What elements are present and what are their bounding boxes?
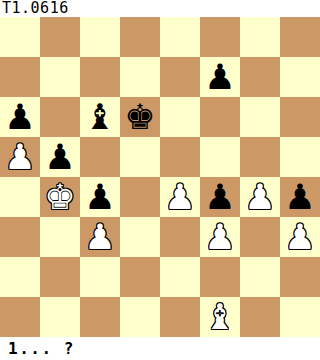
square-g6[interactable] — [240, 97, 280, 137]
square-b6[interactable] — [40, 97, 80, 137]
square-a7[interactable] — [0, 57, 40, 97]
square-g2[interactable] — [240, 257, 280, 297]
square-f6[interactable] — [200, 97, 240, 137]
white-pawn-f3[interactable]: ♟ — [204, 217, 235, 257]
white-pawn-c3[interactable]: ♟ — [84, 217, 115, 257]
white-pawn-h3[interactable]: ♟ — [284, 217, 315, 257]
square-g4[interactable]: ♟ — [240, 177, 280, 217]
square-c1[interactable] — [80, 297, 120, 337]
square-e2[interactable] — [160, 257, 200, 297]
square-c5[interactable] — [80, 137, 120, 177]
square-c8[interactable] — [80, 17, 120, 57]
square-h3[interactable]: ♟ — [280, 217, 320, 257]
square-b7[interactable] — [40, 57, 80, 97]
square-b3[interactable] — [40, 217, 80, 257]
square-c3[interactable]: ♟ — [80, 217, 120, 257]
square-c2[interactable] — [80, 257, 120, 297]
square-a3[interactable] — [0, 217, 40, 257]
white-pawn-e4[interactable]: ♟ — [164, 177, 195, 217]
square-e8[interactable] — [160, 17, 200, 57]
square-f3[interactable]: ♟ — [200, 217, 240, 257]
square-a5[interactable]: ♟ — [0, 137, 40, 177]
square-a6[interactable]: ♟ — [0, 97, 40, 137]
square-e5[interactable] — [160, 137, 200, 177]
square-h8[interactable] — [280, 17, 320, 57]
square-f4[interactable]: ♟ — [200, 177, 240, 217]
square-b5[interactable]: ♟ — [40, 137, 80, 177]
square-d3[interactable] — [120, 217, 160, 257]
square-d7[interactable] — [120, 57, 160, 97]
black-pawn-a6[interactable]: ♟ — [4, 97, 35, 137]
black-pawn-h4[interactable]: ♟ — [284, 177, 315, 217]
square-g1[interactable] — [240, 297, 280, 337]
square-b4[interactable]: ♚ — [40, 177, 80, 217]
white-pawn-g4[interactable]: ♟ — [244, 177, 275, 217]
square-c6[interactable]: ♝ — [80, 97, 120, 137]
white-bishop-f1[interactable]: ♝ — [204, 297, 235, 337]
square-h5[interactable] — [280, 137, 320, 177]
move-prompt: 1... ? — [0, 337, 320, 360]
square-f1[interactable]: ♝ — [200, 297, 240, 337]
puzzle-title: T1.0616 — [0, 0, 320, 17]
square-g8[interactable] — [240, 17, 280, 57]
square-e6[interactable] — [160, 97, 200, 137]
black-pawn-b5[interactable]: ♟ — [44, 137, 75, 177]
square-a4[interactable] — [0, 177, 40, 217]
square-g3[interactable] — [240, 217, 280, 257]
square-f2[interactable] — [200, 257, 240, 297]
black-bishop-c6[interactable]: ♝ — [84, 97, 115, 137]
square-f8[interactable] — [200, 17, 240, 57]
square-d6[interactable]: ♚ — [120, 97, 160, 137]
square-b8[interactable] — [40, 17, 80, 57]
square-h6[interactable] — [280, 97, 320, 137]
black-pawn-f7[interactable]: ♟ — [204, 57, 235, 97]
square-d4[interactable] — [120, 177, 160, 217]
square-c4[interactable]: ♟ — [80, 177, 120, 217]
square-b1[interactable] — [40, 297, 80, 337]
black-pawn-c4[interactable]: ♟ — [84, 177, 115, 217]
square-f7[interactable]: ♟ — [200, 57, 240, 97]
square-a2[interactable] — [0, 257, 40, 297]
square-a1[interactable] — [0, 297, 40, 337]
square-d2[interactable] — [120, 257, 160, 297]
square-d1[interactable] — [120, 297, 160, 337]
white-king-b4[interactable]: ♚ — [44, 177, 75, 217]
white-pawn-a5[interactable]: ♟ — [4, 137, 35, 177]
square-g7[interactable] — [240, 57, 280, 97]
square-h4[interactable]: ♟ — [280, 177, 320, 217]
square-c7[interactable] — [80, 57, 120, 97]
black-king-d6[interactable]: ♚ — [124, 97, 155, 137]
square-h7[interactable] — [280, 57, 320, 97]
black-pawn-f4[interactable]: ♟ — [204, 177, 235, 217]
square-b2[interactable] — [40, 257, 80, 297]
square-h1[interactable] — [280, 297, 320, 337]
square-d8[interactable] — [120, 17, 160, 57]
square-a8[interactable] — [0, 17, 40, 57]
square-f5[interactable] — [200, 137, 240, 177]
square-e3[interactable] — [160, 217, 200, 257]
square-h2[interactable] — [280, 257, 320, 297]
square-d5[interactable] — [120, 137, 160, 177]
square-e7[interactable] — [160, 57, 200, 97]
square-e1[interactable] — [160, 297, 200, 337]
square-e4[interactable]: ♟ — [160, 177, 200, 217]
chess-board: ♟♟♝♚♟♟♚♟♟♟♟♟♟♟♟♝ — [0, 17, 320, 337]
square-g5[interactable] — [240, 137, 280, 177]
